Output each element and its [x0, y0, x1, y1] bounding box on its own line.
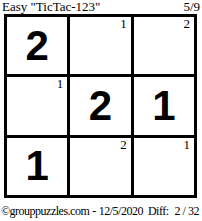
puzzle-counter: 5/9 — [183, 0, 200, 14]
cell-r1c2[interactable]: 1 — [134, 77, 194, 134]
puzzle-date: 12/5/2020 — [99, 204, 143, 219]
cell-r0c0[interactable]: 2 — [7, 17, 67, 74]
header: Easy "TicTac-123" 5/9 — [2, 0, 200, 14]
puzzle-page: Easy "TicTac-123" 5/9 2 1 2 1 2 1 — [0, 0, 202, 221]
cell-r2c2[interactable]: 1 — [134, 138, 194, 195]
big-digit: 2 — [89, 85, 112, 127]
cell-r0c2[interactable]: 2 — [134, 17, 194, 74]
cell-r2c0[interactable]: 1 — [7, 138, 67, 195]
cell-r1c0[interactable]: 1 — [7, 77, 67, 134]
footer: ©grouppuzzles.com - 12/5/2020 Diff: 2 / … — [1, 204, 199, 219]
corner-clue-digit: 1 — [183, 138, 190, 152]
big-digit: 1 — [25, 145, 48, 187]
footer-separator: - — [92, 204, 96, 219]
corner-clue-digit: 1 — [120, 17, 127, 31]
difficulty-label: Diff: — [148, 204, 169, 219]
corner-clue-digit: 2 — [120, 138, 127, 152]
difficulty-value: 2 / 32 — [175, 204, 199, 219]
big-digit: 1 — [152, 85, 175, 127]
copyright-credit: ©grouppuzzles.com — [1, 204, 89, 219]
cell-r0c1[interactable]: 1 — [70, 17, 130, 74]
big-digit: 2 — [25, 25, 48, 67]
corner-clue-digit: 2 — [183, 17, 190, 31]
cell-r1c1[interactable]: 2 — [70, 77, 130, 134]
corner-clue-digit: 1 — [57, 77, 64, 91]
puzzle-title: Easy "TicTac-123" — [2, 0, 100, 14]
tictac-board: 2 1 2 1 2 1 1 2 1 — [4, 14, 197, 198]
cell-r2c1[interactable]: 2 — [70, 138, 130, 195]
